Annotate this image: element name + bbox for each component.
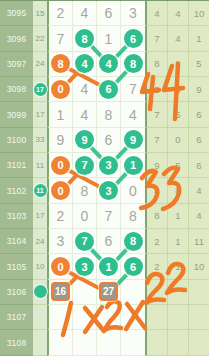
- chart-row-3103: 3103172078814: [0, 204, 209, 229]
- orange-circled-digit: 0: [51, 156, 70, 175]
- digit-cell: 9: [121, 128, 145, 152]
- chart-row-3100: 3100339969706: [0, 128, 209, 153]
- stat-cells: [147, 330, 209, 355]
- sum-badge: 17: [34, 83, 47, 96]
- stat-cells: 4410: [147, 1, 209, 26]
- sum-cell: 22: [33, 26, 47, 51]
- digit-cell: 2: [49, 204, 73, 228]
- digit-cell: 3: [49, 229, 73, 253]
- digit-cell: 0: [49, 77, 73, 101]
- digit-cell: 7: [73, 153, 97, 177]
- green-circled-digit: 7: [75, 232, 94, 251]
- digit-grid-row: 8448: [47, 52, 147, 77]
- chart-row-3105: 31051003162110: [0, 254, 209, 279]
- digit-cell: 4: [73, 1, 97, 25]
- chart-row-3098: 3098170467349: [0, 77, 209, 102]
- stat-cell: [189, 305, 209, 329]
- green-circled-digit: 8: [124, 54, 143, 73]
- sum-cell: 11: [33, 178, 47, 203]
- orange-circled-digit: 0: [51, 257, 70, 276]
- chart-row-3101: 3101110731956: [0, 153, 209, 178]
- stat-cell: 0: [168, 128, 189, 152]
- sum-cell: 33: [33, 128, 47, 153]
- green-circled-digit: 6: [124, 257, 143, 276]
- digit-cell: [73, 305, 97, 329]
- green-circled-digit: 3: [75, 257, 94, 276]
- digit-cell: 6: [97, 77, 121, 101]
- stat-cell: 6: [189, 102, 209, 126]
- stat-cell: 4: [168, 1, 189, 25]
- sum-cell: 10: [33, 254, 47, 279]
- stat-cell: 1: [168, 254, 189, 278]
- green-circled-digit: 8: [75, 29, 94, 48]
- stat-cell: 8: [168, 178, 189, 202]
- digit-cell: 6: [97, 128, 121, 152]
- stat-cell: 5: [168, 102, 189, 126]
- digit-cell: 6: [121, 26, 145, 50]
- stat-cell: 4: [189, 178, 209, 202]
- digit-cell: 3: [97, 153, 121, 177]
- digit-cell: 8: [121, 52, 145, 76]
- digit-cell: 3: [121, 1, 145, 25]
- stat-cells: 484: [147, 178, 209, 203]
- issue-number: 3105: [0, 254, 33, 279]
- issue-number: 3102: [0, 178, 33, 203]
- stat-cells: 741: [147, 26, 209, 51]
- issue-number: 3104: [0, 229, 33, 254]
- digit-cell: 9: [73, 128, 97, 152]
- stat-cell: 4: [168, 26, 189, 50]
- digit-cell: 4: [73, 102, 97, 126]
- orange-circled-digit: 0: [51, 181, 70, 200]
- stat-cell: 1: [189, 26, 209, 50]
- digit-cell: [121, 330, 145, 354]
- green-circled-digit: 4: [75, 54, 94, 73]
- digit-grid-row: 1627: [47, 280, 147, 305]
- chart-row-3095: 30951524634410: [0, 1, 209, 26]
- digit-cell: [49, 330, 73, 354]
- digit-cell: 0: [49, 178, 73, 202]
- boxed-number: 16: [51, 282, 70, 301]
- digit-cell: 8: [121, 204, 145, 228]
- green-circled-digit: 4: [99, 54, 118, 73]
- stat-cell: 2: [147, 229, 168, 253]
- digit-grid-row: 3768: [47, 229, 147, 254]
- digit-cell: 27: [97, 280, 121, 304]
- stat-cell: 7: [147, 102, 168, 126]
- stat-cell: 4: [168, 77, 189, 101]
- digit-cell: 4: [73, 77, 97, 101]
- sum-cell: 24: [33, 229, 47, 254]
- stat-cells: 706: [147, 128, 209, 153]
- digit-cell: 8: [121, 229, 145, 253]
- stat-cell: 1: [168, 229, 189, 253]
- digit-grid-row: 7816: [47, 26, 147, 51]
- stat-cells: 349: [147, 77, 209, 102]
- chart-row-3099: 3099171484756: [0, 102, 209, 127]
- digit-grid-row: [47, 330, 147, 355]
- digit-cell: 7: [97, 204, 121, 228]
- chart-row-3096: 3096227816741: [0, 26, 209, 51]
- boxed-number: 27: [99, 282, 118, 301]
- stat-cell: 7: [147, 128, 168, 152]
- sum-cell: 17: [33, 77, 47, 102]
- digit-cell: 7: [49, 26, 73, 50]
- digit-cell: 0: [73, 204, 97, 228]
- stat-cell: 9: [147, 153, 168, 177]
- chart-rows: 3095152463441030962278167413097248448895…: [0, 1, 209, 356]
- issue-number: 3099: [0, 102, 33, 127]
- stat-cell: [147, 305, 168, 329]
- stat-cells: 756: [147, 102, 209, 127]
- chart-row-3108: 3108: [0, 330, 209, 355]
- stat-cell: [168, 330, 189, 354]
- digit-cell: 3: [97, 178, 121, 202]
- stat-cell: [147, 330, 168, 354]
- digit-cell: 2: [49, 1, 73, 25]
- digit-cell: 1: [121, 153, 145, 177]
- digit-cell: 6: [97, 229, 121, 253]
- digit-cell: [49, 305, 73, 329]
- sum-cell: 15: [33, 1, 47, 26]
- sum-cell: 17: [33, 102, 47, 127]
- digit-cell: [73, 330, 97, 354]
- chart-row-3107: 3107: [0, 305, 209, 330]
- stat-cell: 4: [147, 178, 168, 202]
- stat-cell: [189, 280, 209, 304]
- stat-cell: [168, 280, 189, 304]
- chart-row-3106: 31061627: [0, 280, 209, 305]
- stat-cell: 9: [168, 52, 189, 76]
- stat-cell: 1: [168, 204, 189, 228]
- sum-cell: 24: [33, 52, 47, 77]
- lottery-trend-chart: 3095152463441030962278167413097248448895…: [0, 0, 209, 356]
- stat-cell: 5: [168, 153, 189, 177]
- digit-cell: 7: [121, 77, 145, 101]
- chart-row-3102: 3102110830484: [0, 178, 209, 203]
- digit-cell: 4: [121, 102, 145, 126]
- stat-cells: [147, 305, 209, 330]
- sum-cell: [33, 280, 47, 305]
- issue-number: 3103: [0, 204, 33, 229]
- stat-cell: 6: [189, 128, 209, 152]
- issue-number: 3107: [0, 305, 33, 330]
- stat-cells: 814: [147, 204, 209, 229]
- digit-grid-row: 0316: [47, 254, 147, 279]
- stat-cell: 8: [147, 204, 168, 228]
- digit-grid-row: 0731: [47, 153, 147, 178]
- stat-cells: 956: [147, 153, 209, 178]
- digit-cell: 8: [73, 26, 97, 50]
- digit-cell: [121, 280, 145, 304]
- stat-cell: 10: [189, 1, 209, 25]
- sum-badge: 11: [34, 184, 47, 197]
- digit-grid-row: 0467: [47, 77, 147, 102]
- green-circled-digit: 6: [99, 80, 118, 99]
- digit-grid-row: 0830: [47, 178, 147, 203]
- digit-cell: 6: [121, 254, 145, 278]
- digit-grid-row: 2078: [47, 204, 147, 229]
- digit-grid-row: 2463: [47, 1, 147, 26]
- green-circled-digit: 7: [75, 156, 94, 175]
- digit-cell: 3: [73, 254, 97, 278]
- issue-number: 3101: [0, 153, 33, 178]
- digit-cell: 1: [97, 26, 121, 50]
- digit-cell: 0: [121, 178, 145, 202]
- digit-cell: 0: [49, 254, 73, 278]
- green-circled-digit: 6: [124, 29, 143, 48]
- issue-number: 3108: [0, 330, 33, 355]
- sum-cell: [33, 305, 47, 330]
- issue-number: 3097: [0, 52, 33, 77]
- stat-cell: 4: [147, 1, 168, 25]
- orange-circled-digit: 0: [51, 80, 70, 99]
- digit-cell: 8: [73, 178, 97, 202]
- issue-number: 3106: [0, 280, 33, 305]
- issue-number: 3096: [0, 26, 33, 51]
- digit-cell: 1: [49, 102, 73, 126]
- green-circled-digit: 3: [99, 156, 118, 175]
- stat-cell: [147, 280, 168, 304]
- stat-cells: 2110: [147, 254, 209, 279]
- stat-cell: [168, 305, 189, 329]
- green-circled-digit: 9: [124, 130, 143, 149]
- digit-cell: 4: [97, 52, 121, 76]
- stat-cell: 7: [147, 26, 168, 50]
- stat-cell: 11: [189, 229, 209, 253]
- stat-cell: 3: [147, 77, 168, 101]
- chart-row-3104: 31042437682111: [0, 229, 209, 254]
- green-circled-digit: 1: [99, 257, 118, 276]
- digit-cell: 4: [73, 52, 97, 76]
- stat-cell: 8: [147, 52, 168, 76]
- stat-cell: 4: [189, 204, 209, 228]
- green-circled-digit: 3: [99, 181, 118, 200]
- digit-cell: 1: [97, 254, 121, 278]
- digit-cell: [97, 330, 121, 354]
- digit-grid-row: 1484: [47, 102, 147, 127]
- chart-row-3097: 3097248448895: [0, 52, 209, 77]
- digit-cell: 0: [49, 153, 73, 177]
- digit-grid-row: 9969: [47, 128, 147, 153]
- digit-cell: 16: [49, 280, 73, 304]
- stat-cell: 5: [189, 52, 209, 76]
- stat-cell: 9: [189, 77, 209, 101]
- digit-cell: [73, 280, 97, 304]
- digit-cell: 8: [97, 102, 121, 126]
- issue-number: 3100: [0, 128, 33, 153]
- green-circled-digit: 9: [75, 130, 94, 149]
- digit-cell: [121, 305, 145, 329]
- digit-cell: 8: [49, 52, 73, 76]
- digit-cell: [97, 305, 121, 329]
- green-circled-digit: 1: [124, 156, 143, 175]
- issue-number: 3098: [0, 77, 33, 102]
- current-draw-dot: [34, 285, 47, 298]
- stat-cells: 2111: [147, 229, 209, 254]
- sum-cell: 11: [33, 153, 47, 178]
- sum-cell: [33, 330, 47, 355]
- stat-cell: [189, 330, 209, 354]
- orange-circled-digit: 8: [51, 54, 70, 73]
- digit-grid-row: [47, 305, 147, 330]
- stat-cell: 2: [147, 254, 168, 278]
- digit-cell: 6: [97, 1, 121, 25]
- green-circled-digit: 8: [124, 232, 143, 251]
- sum-cell: 17: [33, 204, 47, 229]
- digit-cell: 7: [73, 229, 97, 253]
- issue-number: 3095: [0, 1, 33, 26]
- stat-cells: 895: [147, 52, 209, 77]
- stat-cells: [147, 280, 209, 305]
- stat-cell: 6: [189, 153, 209, 177]
- digit-cell: 9: [49, 128, 73, 152]
- stat-cell: 10: [189, 254, 209, 278]
